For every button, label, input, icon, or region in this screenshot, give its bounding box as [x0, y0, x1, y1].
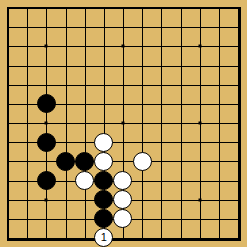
white-stone [94, 133, 113, 152]
intersection[interactable] [0, 209, 18, 228]
intersection[interactable] [152, 0, 171, 18]
intersection[interactable] [37, 152, 56, 171]
intersection[interactable] [171, 113, 190, 132]
intersection[interactable] [171, 18, 190, 37]
intersection[interactable] [209, 113, 228, 132]
intersection[interactable] [133, 133, 152, 152]
black-stone [75, 152, 94, 171]
intersection[interactable] [228, 209, 247, 228]
intersection[interactable] [18, 0, 37, 18]
intersection[interactable] [94, 0, 113, 18]
black-stone [37, 133, 56, 152]
intersection[interactable] [75, 0, 94, 18]
intersection[interactable] [37, 75, 56, 94]
intersection[interactable] [209, 209, 228, 228]
intersection[interactable] [171, 56, 190, 75]
intersection[interactable] [190, 56, 209, 75]
intersection[interactable] [75, 37, 94, 56]
intersection[interactable] [209, 152, 228, 171]
intersection[interactable] [113, 94, 132, 113]
intersection[interactable] [209, 56, 228, 75]
intersection[interactable] [75, 94, 94, 113]
intersection[interactable] [133, 94, 152, 113]
intersection[interactable] [37, 0, 56, 18]
intersection[interactable] [75, 133, 94, 152]
intersection[interactable] [18, 37, 37, 56]
intersection[interactable] [75, 228, 94, 247]
intersection[interactable] [37, 56, 56, 75]
intersection[interactable] [0, 152, 18, 171]
black-stone [37, 94, 56, 113]
intersection[interactable] [152, 228, 171, 247]
go-board-diagram: 1 [0, 0, 247, 247]
intersection[interactable] [37, 171, 56, 190]
intersection[interactable] [209, 228, 228, 247]
intersection[interactable] [18, 228, 37, 247]
intersection[interactable] [94, 113, 113, 132]
white-stone [113, 209, 132, 228]
intersection[interactable] [56, 18, 75, 37]
intersection[interactable] [56, 0, 75, 18]
intersection[interactable] [0, 113, 18, 132]
intersection[interactable] [94, 209, 113, 228]
intersection[interactable] [152, 75, 171, 94]
intersection[interactable] [152, 94, 171, 113]
intersection[interactable] [0, 0, 18, 18]
intersection[interactable] [18, 18, 37, 37]
intersection[interactable] [228, 94, 247, 113]
intersection[interactable] [37, 37, 56, 56]
intersection[interactable] [152, 37, 171, 56]
intersection[interactable] [37, 209, 56, 228]
intersection[interactable] [133, 0, 152, 18]
intersection[interactable] [190, 75, 209, 94]
intersection[interactable] [190, 152, 209, 171]
intersection[interactable] [209, 171, 228, 190]
intersection[interactable] [94, 133, 113, 152]
intersection[interactable] [94, 75, 113, 94]
intersection[interactable] [18, 56, 37, 75]
intersection[interactable] [113, 75, 132, 94]
intersection[interactable] [171, 209, 190, 228]
intersection[interactable] [56, 209, 75, 228]
intersection[interactable] [152, 18, 171, 37]
intersection[interactable] [133, 228, 152, 247]
intersection[interactable] [152, 113, 171, 132]
go-board: 1 [0, 0, 247, 247]
intersection[interactable] [18, 152, 37, 171]
black-stone [37, 171, 56, 190]
intersection[interactable] [18, 75, 37, 94]
intersection[interactable] [75, 209, 94, 228]
intersection[interactable] [37, 133, 56, 152]
intersection[interactable] [171, 171, 190, 190]
intersection[interactable] [171, 190, 190, 209]
intersection[interactable] [228, 113, 247, 132]
intersection[interactable] [56, 94, 75, 113]
intersection[interactable] [18, 94, 37, 113]
intersection[interactable] [56, 56, 75, 75]
intersection[interactable] [113, 56, 132, 75]
intersection[interactable] [228, 190, 247, 209]
white-stone-move-1: 1 [94, 228, 113, 247]
intersection[interactable] [75, 113, 94, 132]
intersection[interactable] [171, 94, 190, 113]
intersection[interactable] [0, 190, 18, 209]
intersection[interactable] [113, 209, 132, 228]
intersection[interactable] [94, 56, 113, 75]
intersection[interactable] [190, 209, 209, 228]
intersection[interactable] [133, 37, 152, 56]
intersection[interactable] [94, 152, 113, 171]
intersection[interactable] [94, 190, 113, 209]
intersection[interactable] [75, 56, 94, 75]
white-stone [133, 152, 152, 171]
intersection[interactable] [56, 37, 75, 56]
intersection[interactable] [228, 56, 247, 75]
intersection[interactable] [133, 113, 152, 132]
intersection[interactable] [113, 113, 132, 132]
intersection[interactable] [113, 152, 132, 171]
intersection[interactable] [190, 190, 209, 209]
intersection[interactable] [133, 56, 152, 75]
intersection[interactable] [152, 133, 171, 152]
intersection[interactable] [228, 18, 247, 37]
intersection[interactable] [152, 152, 171, 171]
intersection[interactable] [56, 133, 75, 152]
intersection[interactable] [209, 18, 228, 37]
intersection[interactable] [94, 18, 113, 37]
intersection[interactable] [18, 171, 37, 190]
intersection[interactable] [56, 113, 75, 132]
intersection[interactable] [56, 171, 75, 190]
intersection[interactable] [56, 152, 75, 171]
intersection[interactable] [152, 190, 171, 209]
intersection[interactable] [75, 152, 94, 171]
intersection[interactable] [56, 190, 75, 209]
intersection[interactable] [171, 0, 190, 18]
intersection[interactable] [171, 228, 190, 247]
intersection[interactable] [0, 37, 18, 56]
intersection[interactable] [228, 37, 247, 56]
intersection[interactable] [171, 75, 190, 94]
intersection[interactable] [113, 171, 132, 190]
intersection[interactable] [190, 133, 209, 152]
intersection[interactable] [209, 190, 228, 209]
white-stone [75, 171, 94, 190]
intersection[interactable] [56, 228, 75, 247]
intersection[interactable] [113, 228, 132, 247]
intersection[interactable] [133, 152, 152, 171]
intersection[interactable] [190, 94, 209, 113]
intersection[interactable] [190, 228, 209, 247]
intersection[interactable] [152, 209, 171, 228]
intersection[interactable] [228, 133, 247, 152]
intersection[interactable] [0, 171, 18, 190]
intersection[interactable] [209, 0, 228, 18]
intersection[interactable]: 1 [94, 228, 113, 247]
intersection[interactable] [171, 37, 190, 56]
intersection[interactable] [171, 133, 190, 152]
intersection[interactable] [133, 75, 152, 94]
intersection[interactable] [228, 171, 247, 190]
intersection[interactable] [18, 209, 37, 228]
intersection[interactable] [37, 94, 56, 113]
intersection[interactable] [190, 37, 209, 56]
intersection[interactable] [190, 0, 209, 18]
intersection[interactable] [75, 75, 94, 94]
intersection[interactable] [94, 37, 113, 56]
intersection[interactable] [113, 37, 132, 56]
intersection[interactable] [133, 209, 152, 228]
intersection[interactable] [113, 18, 132, 37]
intersection[interactable] [113, 190, 132, 209]
intersection[interactable] [75, 18, 94, 37]
intersection[interactable] [228, 152, 247, 171]
intersection[interactable] [228, 228, 247, 247]
intersection[interactable] [113, 133, 132, 152]
white-stone [94, 152, 113, 171]
intersection[interactable] [0, 18, 18, 37]
intersection[interactable] [190, 113, 209, 132]
intersection[interactable] [56, 75, 75, 94]
intersection[interactable] [0, 228, 18, 247]
black-stone [94, 209, 113, 228]
intersection[interactable] [228, 75, 247, 94]
intersection[interactable] [0, 75, 18, 94]
black-stone [56, 152, 75, 171]
intersection[interactable] [94, 171, 113, 190]
intersection[interactable] [209, 37, 228, 56]
intersection[interactable] [152, 171, 171, 190]
intersection[interactable] [171, 152, 190, 171]
intersection[interactable] [133, 18, 152, 37]
intersection[interactable] [152, 56, 171, 75]
intersection[interactable] [37, 113, 56, 132]
intersection[interactable] [18, 133, 37, 152]
white-stone [113, 171, 132, 190]
white-stone [113, 190, 132, 209]
intersection[interactable] [190, 171, 209, 190]
intersection[interactable] [75, 171, 94, 190]
intersection[interactable] [37, 228, 56, 247]
intersection[interactable] [0, 56, 18, 75]
intersection[interactable] [37, 190, 56, 209]
intersection[interactable] [209, 75, 228, 94]
intersection[interactable] [0, 133, 18, 152]
intersection[interactable] [133, 171, 152, 190]
intersection[interactable] [113, 0, 132, 18]
intersection[interactable] [37, 18, 56, 37]
black-stone [94, 171, 113, 190]
intersection[interactable] [228, 0, 247, 18]
black-stone [94, 190, 113, 209]
intersection[interactable] [209, 133, 228, 152]
intersection[interactable] [75, 190, 94, 209]
intersection[interactable] [94, 94, 113, 113]
intersection[interactable] [133, 190, 152, 209]
intersection[interactable] [0, 94, 18, 113]
intersection[interactable] [190, 18, 209, 37]
intersection[interactable] [18, 113, 37, 132]
intersection[interactable] [18, 190, 37, 209]
intersection[interactable] [209, 94, 228, 113]
